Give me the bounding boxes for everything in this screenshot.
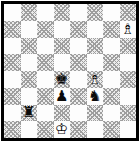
- square-g3[interactable]: [103, 88, 120, 105]
- square-f3[interactable]: ♞: [87, 88, 104, 105]
- square-e3[interactable]: [70, 88, 87, 105]
- square-h5[interactable]: [120, 54, 137, 71]
- square-c8[interactable]: [37, 4, 54, 21]
- square-d5[interactable]: [54, 54, 71, 71]
- square-d1[interactable]: ♚♔: [54, 121, 71, 138]
- square-d4[interactable]: ♚: [54, 71, 71, 88]
- square-f4[interactable]: ♝♗: [87, 71, 104, 88]
- square-b8[interactable]: [21, 4, 38, 21]
- chess-diagram-frame: ♝♗♚♝♗♟♞♜♚♔: [1, 1, 139, 141]
- square-g1[interactable]: [103, 121, 120, 138]
- square-d6[interactable]: [54, 38, 71, 55]
- chess-board: ♝♗♚♝♗♟♞♜♚♔: [4, 4, 136, 138]
- black-knight-f3: ♞: [87, 88, 104, 105]
- black-king-d4: ♚: [54, 71, 71, 88]
- square-e5[interactable]: [70, 54, 87, 71]
- square-c4[interactable]: [37, 71, 54, 88]
- square-a8[interactable]: [4, 4, 21, 21]
- square-h6[interactable]: [120, 38, 137, 55]
- square-b5[interactable]: [21, 54, 38, 71]
- square-d3[interactable]: ♟: [54, 88, 71, 105]
- square-f6[interactable]: [87, 38, 104, 55]
- square-f5[interactable]: [87, 54, 104, 71]
- square-c5[interactable]: [37, 54, 54, 71]
- square-h8[interactable]: [120, 4, 137, 21]
- square-h7[interactable]: ♝♗: [120, 21, 137, 38]
- white-bishop-icon: ♗: [120, 21, 137, 38]
- square-f2[interactable]: [87, 105, 104, 122]
- square-e6[interactable]: [70, 38, 87, 55]
- square-g2[interactable]: [103, 105, 120, 122]
- square-e2[interactable]: [70, 105, 87, 122]
- square-h2[interactable]: [120, 105, 137, 122]
- square-d2[interactable]: [54, 105, 71, 122]
- square-d7[interactable]: [54, 21, 71, 38]
- square-f7[interactable]: [87, 21, 104, 38]
- white-bishop-h7: ♝♗: [120, 21, 137, 38]
- square-b3[interactable]: [21, 88, 38, 105]
- square-a7[interactable]: [4, 21, 21, 38]
- square-b4[interactable]: [21, 71, 38, 88]
- square-c6[interactable]: [37, 38, 54, 55]
- square-c7[interactable]: [37, 21, 54, 38]
- square-e8[interactable]: [70, 4, 87, 21]
- square-h1[interactable]: [120, 121, 137, 138]
- square-b6[interactable]: [21, 38, 38, 55]
- square-b2[interactable]: ♜: [21, 105, 38, 122]
- square-c3[interactable]: [37, 88, 54, 105]
- black-pawn-d3: ♟: [54, 88, 71, 105]
- square-d8[interactable]: [54, 4, 71, 21]
- square-g7[interactable]: [103, 21, 120, 38]
- square-f1[interactable]: [87, 121, 104, 138]
- square-c2[interactable]: [37, 105, 54, 122]
- white-bishop-f4: ♝♗: [87, 71, 104, 88]
- white-king-icon: ♔: [54, 121, 71, 138]
- square-h4[interactable]: [120, 71, 137, 88]
- square-b7[interactable]: [21, 21, 38, 38]
- square-g6[interactable]: [103, 38, 120, 55]
- square-a1[interactable]: [4, 121, 21, 138]
- square-h3[interactable]: [120, 88, 137, 105]
- square-g5[interactable]: [103, 54, 120, 71]
- square-c1[interactable]: [37, 121, 54, 138]
- square-a2[interactable]: [4, 105, 21, 122]
- square-a6[interactable]: [4, 38, 21, 55]
- square-a4[interactable]: [4, 71, 21, 88]
- white-bishop-icon: ♗: [87, 71, 104, 88]
- square-e4[interactable]: [70, 71, 87, 88]
- white-king-d1: ♚♔: [54, 121, 71, 138]
- square-g8[interactable]: [103, 4, 120, 21]
- square-g4[interactable]: [103, 71, 120, 88]
- square-e7[interactable]: [70, 21, 87, 38]
- black-rook-b2: ♜: [21, 105, 38, 122]
- square-b1[interactable]: [21, 121, 38, 138]
- square-e1[interactable]: [70, 121, 87, 138]
- square-a5[interactable]: [4, 54, 21, 71]
- square-a3[interactable]: [4, 88, 21, 105]
- square-f8[interactable]: [87, 4, 104, 21]
